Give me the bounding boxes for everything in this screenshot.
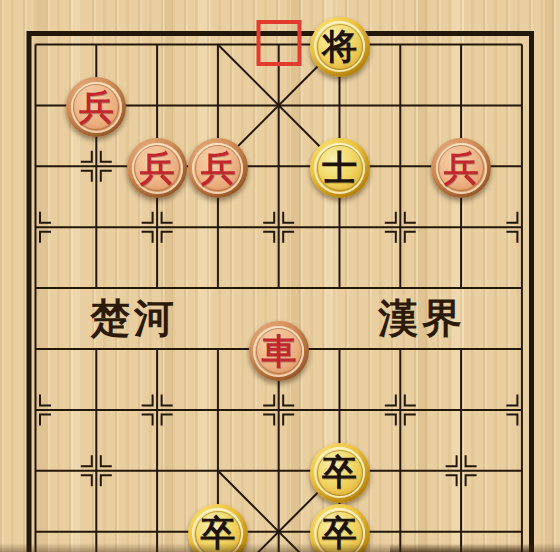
- piece-black-general[interactable]: 将: [310, 17, 370, 77]
- xiangqi-board[interactable]: 楚河 漢界 将兵兵兵士兵車卒卒卒: [0, 0, 560, 552]
- piece-glyph: 士: [322, 151, 357, 186]
- piece-black-soldier[interactable]: 卒: [310, 443, 370, 503]
- piece-red-soldier[interactable]: 兵: [127, 138, 187, 198]
- piece-glyph: 兵: [200, 151, 235, 186]
- piece-glyph: 兵: [444, 151, 479, 186]
- piece-red-soldier[interactable]: 兵: [66, 77, 126, 137]
- piece-red-soldier[interactable]: 兵: [431, 138, 491, 198]
- river-label-right: 漢界: [378, 291, 466, 346]
- piece-glyph: 車: [261, 334, 296, 369]
- highlight-square[interactable]: [256, 20, 301, 66]
- piece-glyph: 卒: [322, 455, 357, 490]
- piece-black-advisor[interactable]: 士: [310, 138, 370, 198]
- piece-glyph: 兵: [140, 151, 175, 186]
- river-label-left: 楚河: [90, 291, 178, 346]
- piece-glyph: 将: [322, 29, 357, 64]
- piece-glyph: 兵: [79, 90, 114, 125]
- piece-red-soldier[interactable]: 兵: [188, 138, 248, 198]
- bottom-edge-shadow-right: [390, 544, 534, 552]
- piece-red-chariot[interactable]: 車: [249, 321, 309, 381]
